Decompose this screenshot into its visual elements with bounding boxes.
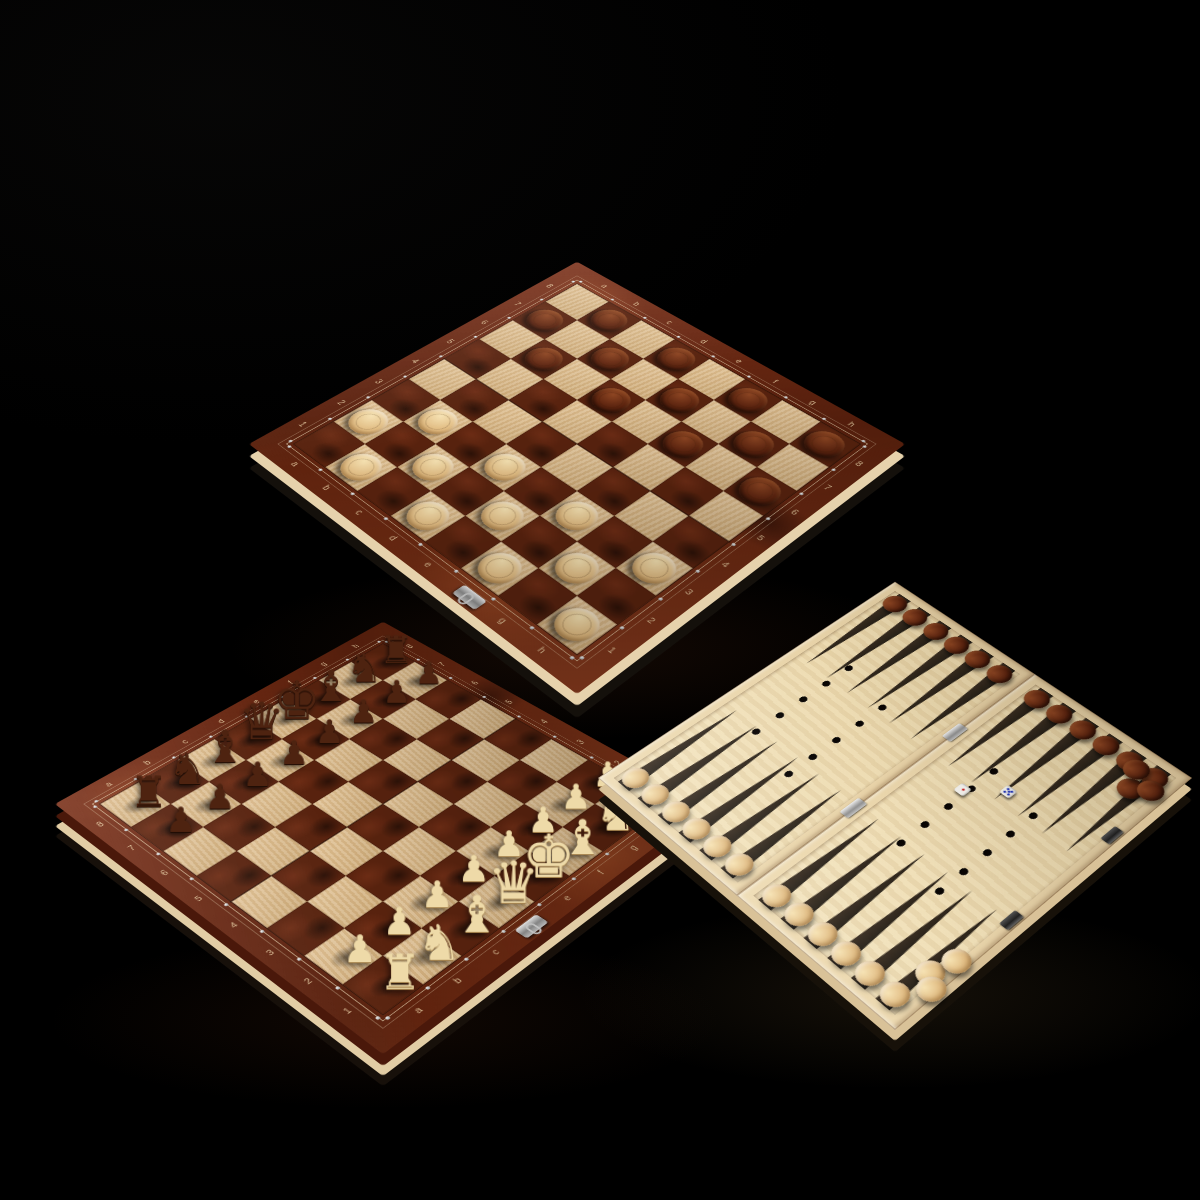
frame-stud <box>417 543 423 547</box>
coordinate-label: g <box>807 399 818 406</box>
board-grid: ♜♞♝♛♚♝♞♜♟♟♟♟♟♟♟♟♟♟♟♟♟♟♟♟♜♞♝♛♚♝♞♜ <box>100 644 666 1014</box>
frame-stud <box>821 417 827 421</box>
frame-stud <box>375 1016 382 1021</box>
coordinate-label: 3 <box>264 948 277 957</box>
coordinate-label: f <box>771 379 780 385</box>
chess-piece-black-knight: ♞ <box>168 747 207 791</box>
board-square <box>689 491 763 541</box>
frame-stud <box>578 280 583 283</box>
die-pip <box>1010 790 1014 793</box>
coordinate-label: b <box>451 976 464 986</box>
storage-hole <box>807 753 819 762</box>
frame-stud <box>657 597 663 602</box>
storage-hole <box>1004 829 1016 839</box>
storage-hole <box>831 736 843 745</box>
coordinate-label: c <box>665 319 675 325</box>
frame-stud <box>448 676 453 679</box>
coordinate-label: 5 <box>755 534 767 543</box>
chess-piece-white-pawn: ♟ <box>383 902 417 939</box>
frame-stud <box>862 445 868 449</box>
frame-stud <box>861 439 867 443</box>
frame-stud <box>711 355 716 358</box>
frame-stud <box>124 828 130 832</box>
storage-hole <box>774 711 786 719</box>
product-photo-scene: aabbccddeeffgghh8877665544332211 aabbccd… <box>0 0 1200 1200</box>
board-square <box>648 422 719 467</box>
chess-piece-white-rook: ♜ <box>378 949 421 997</box>
coordinate-label: b <box>631 301 641 307</box>
coordinate-label: f <box>595 869 606 876</box>
chess-piece-black-pawn: ♟ <box>165 802 196 837</box>
frame-stud <box>318 468 324 472</box>
frame-stud <box>425 986 431 991</box>
coordinate-label: 5 <box>445 338 456 344</box>
chess-piece-black-rook: ♜ <box>130 771 168 813</box>
coordinate-label: c <box>489 947 502 956</box>
coordinate-label: 2 <box>645 616 658 626</box>
frame-stud <box>831 468 837 472</box>
storage-hole <box>798 695 810 703</box>
coordinate-label: 3 <box>373 378 385 385</box>
coordinate-label: b <box>320 484 333 492</box>
coordinate-label: h <box>846 421 857 428</box>
frame-stud <box>94 799 100 803</box>
storage-hole <box>1027 811 1039 820</box>
frame-stud <box>385 1016 392 1021</box>
chess-piece-black-bishop: ♝ <box>205 724 245 769</box>
frame-stud <box>335 986 341 991</box>
frame-stud <box>604 852 610 856</box>
frame-stud <box>482 695 487 698</box>
chess-piece-black-pawn: ♟ <box>243 757 273 791</box>
coordinate-label: 8 <box>853 460 864 468</box>
chess-piece-white-pawn: ♟ <box>343 930 377 968</box>
coordinate-label: 1 <box>296 421 308 428</box>
storage-hole <box>877 703 889 711</box>
backgammon-surface <box>598 582 1192 1030</box>
chess-piece-black-pawn: ♟ <box>205 779 236 813</box>
chess-piece-black-pawn: ♟ <box>383 676 411 708</box>
storage-hole <box>821 680 832 688</box>
frame-stud <box>642 316 647 319</box>
coordinate-label: 7 <box>822 484 834 492</box>
coordinate-label: e <box>734 358 745 365</box>
chess-surface: aabbccddeeffgghh8877665544332211♜♞♝♛♚♝♞♜… <box>55 622 711 1054</box>
chess-piece-black-pawn: ♟ <box>349 695 378 727</box>
frame-stud <box>189 877 195 881</box>
coordinate-label: 2 <box>301 976 314 986</box>
frame-stud <box>619 626 625 631</box>
frame-stud <box>223 903 229 907</box>
chess-piece-black-pawn: ♟ <box>315 715 344 748</box>
frame-stud <box>365 396 370 399</box>
storage-hole <box>933 886 946 896</box>
coordinate-label: d <box>698 338 709 344</box>
storage-hole <box>854 720 866 728</box>
coordinate-label: 5 <box>192 894 204 903</box>
frame-stud <box>783 396 788 399</box>
coordinate-label: 5 <box>504 699 515 705</box>
die-pip <box>1006 793 1010 796</box>
frame-stud <box>765 517 771 521</box>
chess-piece-white-knight: ♞ <box>417 918 461 967</box>
frame-stud <box>259 929 265 933</box>
coordinate-label: 2 <box>335 399 347 406</box>
frame-stud <box>539 298 544 301</box>
die-pip <box>960 788 964 791</box>
chess-board: aabbccddeeffgghh8877665544332211♜♞♝♛♚♝♞♜… <box>151 572 615 1036</box>
chess-piece-black-pawn: ♟ <box>279 736 309 769</box>
frame-stud <box>156 852 162 856</box>
coordinate-label: 6 <box>479 319 490 325</box>
coordinate-label: 4 <box>539 718 550 725</box>
coordinate-label: d <box>387 534 400 543</box>
frame-stud <box>610 298 615 301</box>
frame-stud <box>798 492 804 496</box>
coordinate-label: 1 <box>340 1006 353 1016</box>
storage-hole <box>942 802 954 811</box>
board-square <box>294 422 365 467</box>
coordinate-label: 4 <box>227 920 239 929</box>
coordinate-label: a <box>411 1005 425 1015</box>
coordinate-label: c <box>353 508 365 516</box>
frame-stud <box>296 957 302 962</box>
frame-stud <box>350 492 356 496</box>
frame-stud <box>402 375 407 378</box>
coordinate-label: e <box>560 894 573 903</box>
chess-piece-white-pawn: ♟ <box>458 850 490 886</box>
frame-stud <box>552 735 557 738</box>
coordinate-label: b <box>142 759 153 766</box>
coordinate-label: g <box>627 844 640 852</box>
coordinate-label: a <box>599 283 609 289</box>
coordinate-label: 7 <box>126 844 138 852</box>
frame-stud <box>731 543 737 547</box>
frame-stud <box>288 439 294 443</box>
coordinate-label: 4 <box>409 358 420 365</box>
coordinate-label: 3 <box>575 739 587 746</box>
chess-piece-black-knight: ♞ <box>346 648 382 688</box>
frame-stud <box>327 417 333 421</box>
storage-hole <box>981 848 993 858</box>
chess-piece-white-pawn: ♟ <box>421 876 454 913</box>
frame-stud <box>383 517 389 521</box>
frame-stud <box>746 375 751 378</box>
frame-stud <box>501 929 507 933</box>
chess-piece-black-queen: ♛ <box>239 696 285 748</box>
board-square <box>436 422 507 467</box>
checker-piece-dark <box>655 426 712 462</box>
frame-stud <box>286 445 292 449</box>
frame-stud <box>473 335 478 338</box>
frame-stud <box>507 316 512 319</box>
coordinate-label: 6 <box>789 508 801 516</box>
coordinate-label: a <box>289 460 301 468</box>
chess-piece-black-pawn: ♟ <box>415 657 443 688</box>
storage-hole <box>958 867 971 877</box>
backgammon-board <box>685 568 1105 988</box>
coordinate-label: 6 <box>470 680 481 686</box>
coordinate-label: e <box>422 560 435 569</box>
coordinate-label: 7 <box>512 301 523 307</box>
coordinate-label: 8 <box>544 283 554 289</box>
frame-stud <box>463 957 469 962</box>
coordinate-label: 8 <box>95 820 106 828</box>
coordinate-label: a <box>103 781 114 788</box>
frame-stud <box>571 280 576 283</box>
frame-stud <box>92 805 98 809</box>
frame-stud <box>676 335 681 338</box>
coordinate-label: 6 <box>159 869 171 877</box>
storage-hole <box>919 820 931 829</box>
board-square <box>541 444 613 491</box>
storage-hole <box>783 770 795 779</box>
chess-piece-black-rook: ♜ <box>379 632 413 670</box>
